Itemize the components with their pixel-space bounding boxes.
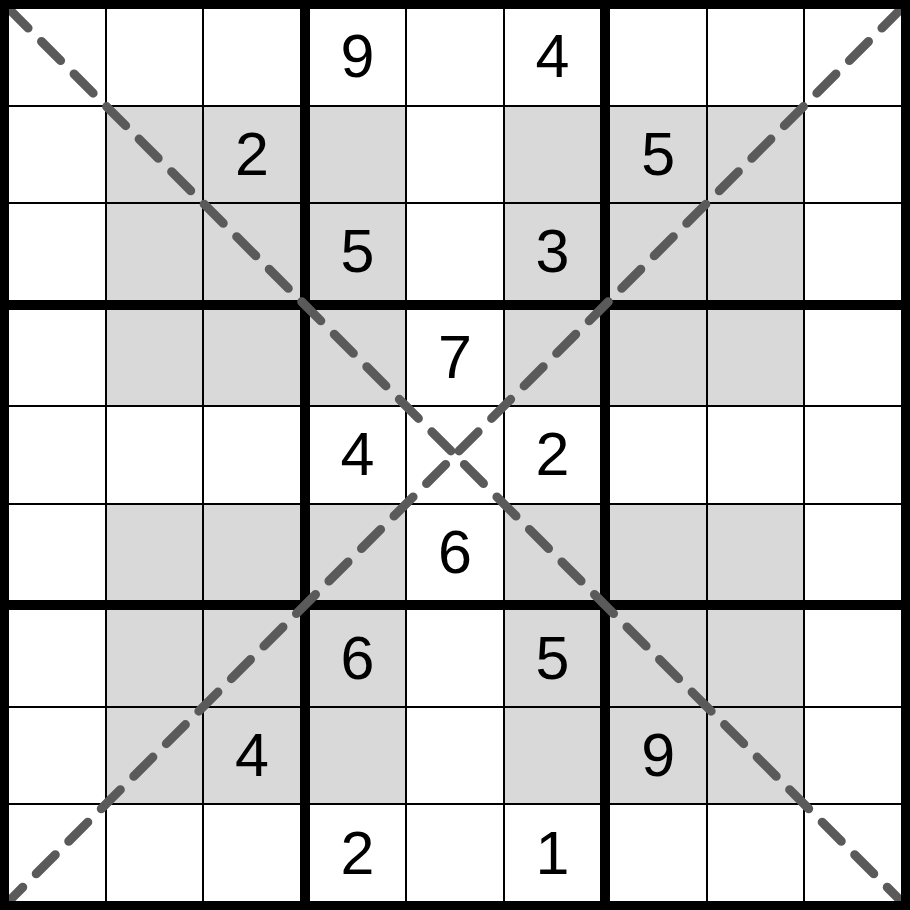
cell-r9c3[interactable] [204, 805, 300, 901]
cell-r7c6[interactable]: 5 [505, 610, 601, 706]
cell-r1c5[interactable] [407, 9, 503, 105]
cell-r8c3[interactable]: 4 [204, 708, 300, 804]
cell-r2c5[interactable] [407, 107, 503, 203]
cell-r7c4[interactable]: 6 [310, 610, 406, 706]
cell-r2c2[interactable] [107, 107, 203, 203]
cell-r2c3[interactable]: 2 [204, 107, 300, 203]
cell-r5c9[interactable] [805, 407, 901, 503]
cell-r3c5[interactable] [407, 204, 503, 300]
cell-r5c4[interactable]: 4 [310, 407, 406, 503]
cell-r2c8[interactable] [708, 107, 804, 203]
cell-r8c2[interactable] [107, 708, 203, 804]
cell-r4c7[interactable] [610, 310, 706, 406]
cell-r6c5[interactable]: 6 [407, 505, 503, 601]
cell-r9c9[interactable] [805, 805, 901, 901]
cell-r2c4[interactable] [310, 107, 406, 203]
cell-r4c3[interactable] [204, 310, 300, 406]
cell-r7c5[interactable] [407, 610, 503, 706]
sudoku-board: 9425537426654921 [0, 0, 910, 910]
cell-r8c5[interactable] [407, 708, 503, 804]
cell-r6c3[interactable] [204, 505, 300, 601]
cell-r7c1[interactable] [9, 610, 105, 706]
cell-r5c8[interactable] [708, 407, 804, 503]
cell-r9c5[interactable] [407, 805, 503, 901]
cell-r4c2[interactable] [107, 310, 203, 406]
cell-r7c7[interactable] [610, 610, 706, 706]
cell-r8c6[interactable] [505, 708, 601, 804]
cell-r7c8[interactable] [708, 610, 804, 706]
cell-r6c2[interactable] [107, 505, 203, 601]
cell-r1c3[interactable] [204, 9, 300, 105]
cell-r2c6[interactable] [505, 107, 601, 203]
cell-r5c2[interactable] [107, 407, 203, 503]
cell-r1c2[interactable] [107, 9, 203, 105]
cell-r5c5[interactable] [407, 407, 503, 503]
cell-r3c4[interactable]: 5 [310, 204, 406, 300]
cell-r8c7[interactable]: 9 [610, 708, 706, 804]
cell-r9c8[interactable] [708, 805, 804, 901]
cell-r2c9[interactable] [805, 107, 901, 203]
cell-r7c3[interactable] [204, 610, 300, 706]
cell-r4c8[interactable] [708, 310, 804, 406]
cell-r8c1[interactable] [9, 708, 105, 804]
cell-r2c7[interactable]: 5 [610, 107, 706, 203]
cell-r3c9[interactable] [805, 204, 901, 300]
cell-r3c7[interactable] [610, 204, 706, 300]
cell-r4c5[interactable]: 7 [407, 310, 503, 406]
cell-r6c6[interactable] [505, 505, 601, 601]
cell-r4c4[interactable] [310, 310, 406, 406]
cell-r3c2[interactable] [107, 204, 203, 300]
cell-r9c7[interactable] [610, 805, 706, 901]
cell-r5c1[interactable] [9, 407, 105, 503]
cell-r2c1[interactable] [9, 107, 105, 203]
cell-r8c9[interactable] [805, 708, 901, 804]
cell-r1c8[interactable] [708, 9, 804, 105]
cell-r4c9[interactable] [805, 310, 901, 406]
cell-r6c9[interactable] [805, 505, 901, 601]
cell-r6c8[interactable] [708, 505, 804, 601]
cell-r3c8[interactable] [708, 204, 804, 300]
cell-r6c7[interactable] [610, 505, 706, 601]
cell-r1c4[interactable]: 9 [310, 9, 406, 105]
cell-r5c6[interactable]: 2 [505, 407, 601, 503]
cell-r3c6[interactable]: 3 [505, 204, 601, 300]
cell-r9c4[interactable]: 2 [310, 805, 406, 901]
cell-r4c6[interactable] [505, 310, 601, 406]
cell-r9c6[interactable]: 1 [505, 805, 601, 901]
cell-r9c1[interactable] [9, 805, 105, 901]
cell-r7c2[interactable] [107, 610, 203, 706]
cell-r3c3[interactable] [204, 204, 300, 300]
cell-r6c1[interactable] [9, 505, 105, 601]
cell-r1c9[interactable] [805, 9, 901, 105]
cell-r8c8[interactable] [708, 708, 804, 804]
cell-r7c9[interactable] [805, 610, 901, 706]
cell-r1c6[interactable]: 4 [505, 9, 601, 105]
cell-r8c4[interactable] [310, 708, 406, 804]
cell-r5c3[interactable] [204, 407, 300, 503]
cell-r6c4[interactable] [310, 505, 406, 601]
cell-r4c1[interactable] [9, 310, 105, 406]
cell-r1c7[interactable] [610, 9, 706, 105]
cell-r1c1[interactable] [9, 9, 105, 105]
cell-r3c1[interactable] [9, 204, 105, 300]
cell-r5c7[interactable] [610, 407, 706, 503]
cell-r9c2[interactable] [107, 805, 203, 901]
sudoku-grid: 9425537426654921 [9, 9, 901, 901]
